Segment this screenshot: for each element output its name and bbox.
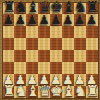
black-pawn[interactable]: ♟ [86, 14, 98, 27]
black-pawn[interactable]: ♟ [62, 14, 74, 27]
square-g6[interactable] [74, 26, 86, 38]
square-a4[interactable] [3, 50, 15, 62]
black-pawn[interactable]: ♟ [74, 14, 86, 27]
square-a6[interactable] [3, 26, 15, 38]
square-e1[interactable]: ♚ [50, 86, 62, 98]
square-a5[interactable] [3, 38, 15, 50]
square-b6[interactable] [14, 26, 26, 38]
square-d7[interactable]: ♟ [38, 14, 50, 26]
square-e7[interactable]: ♟ [50, 14, 62, 26]
square-f7[interactable]: ♟ [62, 14, 74, 26]
square-a1[interactable]: ♜ [3, 86, 15, 98]
square-d4[interactable] [38, 50, 50, 62]
square-g1[interactable]: ♞ [74, 86, 86, 98]
board-frame: ♜♞♝♛♚♝♞♜♟♟♟♟♟♟♟♟♟♟♟♟♟♟♟♟♜♞♝♛♚♝♞♜ [0, 0, 100, 100]
white-bishop[interactable]: ♝ [62, 84, 74, 99]
square-d1[interactable]: ♛ [38, 86, 50, 98]
black-pawn[interactable]: ♟ [3, 14, 15, 27]
black-pawn[interactable]: ♟ [14, 14, 26, 27]
square-f5[interactable] [62, 38, 74, 50]
square-f4[interactable] [62, 50, 74, 62]
square-a7[interactable]: ♟ [3, 14, 15, 26]
square-g5[interactable] [74, 38, 86, 50]
chess-board: ♜♞♝♛♚♝♞♜♟♟♟♟♟♟♟♟♟♟♟♟♟♟♟♟♜♞♝♛♚♝♞♜ [3, 3, 98, 98]
white-knight[interactable]: ♞ [74, 84, 86, 99]
square-c6[interactable] [26, 26, 38, 38]
black-pawn[interactable]: ♟ [50, 14, 62, 27]
white-king[interactable]: ♚ [50, 84, 62, 99]
white-knight[interactable]: ♞ [14, 84, 26, 99]
square-b7[interactable]: ♟ [14, 14, 26, 26]
square-g7[interactable]: ♟ [74, 14, 86, 26]
white-bishop[interactable]: ♝ [26, 84, 38, 99]
black-pawn[interactable]: ♟ [26, 14, 38, 27]
square-c5[interactable] [26, 38, 38, 50]
black-pawn[interactable]: ♟ [38, 14, 50, 27]
square-h1[interactable]: ♜ [86, 86, 98, 98]
square-b4[interactable] [14, 50, 26, 62]
square-b1[interactable]: ♞ [14, 86, 26, 98]
square-c7[interactable]: ♟ [26, 14, 38, 26]
square-g4[interactable] [74, 50, 86, 62]
square-d6[interactable] [38, 26, 50, 38]
square-h5[interactable] [86, 38, 98, 50]
square-f1[interactable]: ♝ [62, 86, 74, 98]
square-f6[interactable] [62, 26, 74, 38]
square-h6[interactable] [86, 26, 98, 38]
square-e4[interactable] [50, 50, 62, 62]
square-d5[interactable] [38, 38, 50, 50]
white-queen[interactable]: ♛ [38, 84, 50, 99]
white-rook[interactable]: ♜ [86, 84, 98, 99]
square-c1[interactable]: ♝ [26, 86, 38, 98]
square-h7[interactable]: ♟ [86, 14, 98, 26]
square-h4[interactable] [86, 50, 98, 62]
square-c4[interactable] [26, 50, 38, 62]
square-b5[interactable] [14, 38, 26, 50]
square-e5[interactable] [50, 38, 62, 50]
square-e6[interactable] [50, 26, 62, 38]
white-rook[interactable]: ♜ [3, 84, 15, 99]
